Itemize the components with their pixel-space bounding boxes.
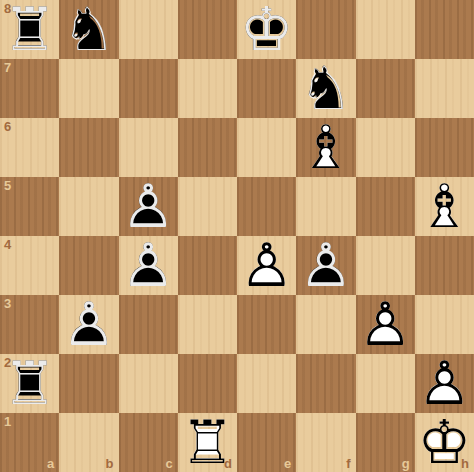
square-b3[interactable]: ♟♙ [59, 295, 118, 354]
square-d4[interactable] [178, 236, 237, 295]
square-e6[interactable] [237, 118, 296, 177]
file-label-a: a [47, 456, 54, 471]
piece-white-pawn[interactable]: ♟♙ [356, 295, 415, 354]
chess-board: 8♜♖♞♘♚♔7♞♘6♝♗5♟♙♝♗4♟♙♟♙♟♙3♟♙♟♙2♜♖♟♙1abcd… [0, 0, 474, 472]
square-h5[interactable]: ♝♗ [415, 177, 474, 236]
square-d2[interactable] [178, 354, 237, 413]
square-h2[interactable]: ♟♙ [415, 354, 474, 413]
piece-white-pawn[interactable]: ♟♙ [237, 236, 296, 295]
white-pawn-detail: ♙ [417, 354, 471, 413]
square-d7[interactable] [178, 59, 237, 118]
square-a7[interactable]: 7 [0, 59, 59, 118]
square-g1[interactable]: g [356, 413, 415, 472]
square-b7[interactable] [59, 59, 118, 118]
white-pawn-detail: ♙ [240, 236, 294, 295]
white-bishop-detail: ♗ [299, 118, 353, 177]
square-c6[interactable] [119, 118, 178, 177]
square-e5[interactable] [237, 177, 296, 236]
square-f7[interactable]: ♞♘ [296, 59, 355, 118]
black-pawn-detail: ♙ [121, 236, 175, 295]
piece-black-pawn[interactable]: ♟♙ [296, 236, 355, 295]
file-label-c: c [166, 456, 173, 471]
file-label-f: f [346, 456, 350, 471]
square-d6[interactable] [178, 118, 237, 177]
white-king-detail: ♔ [417, 413, 471, 472]
square-a8[interactable]: 8♜♖ [0, 0, 59, 59]
square-f5[interactable] [296, 177, 355, 236]
black-pawn-detail: ♙ [299, 236, 353, 295]
square-a4[interactable]: 4 [0, 236, 59, 295]
square-b6[interactable] [59, 118, 118, 177]
piece-black-knight[interactable]: ♞♘ [296, 59, 355, 118]
square-f6[interactable]: ♝♗ [296, 118, 355, 177]
piece-black-pawn[interactable]: ♟♙ [59, 295, 118, 354]
square-e3[interactable] [237, 295, 296, 354]
square-e8[interactable]: ♚♔ [237, 0, 296, 59]
square-g6[interactable] [356, 118, 415, 177]
square-c4[interactable]: ♟♙ [119, 236, 178, 295]
square-b2[interactable] [59, 354, 118, 413]
square-b1[interactable]: b [59, 413, 118, 472]
square-a2[interactable]: 2♜♖ [0, 354, 59, 413]
square-g5[interactable] [356, 177, 415, 236]
piece-black-rook[interactable]: ♜♖ [0, 0, 59, 59]
rank-label-6: 6 [4, 119, 11, 134]
piece-black-pawn[interactable]: ♟♙ [119, 177, 178, 236]
square-f2[interactable] [296, 354, 355, 413]
piece-black-pawn[interactable]: ♟♙ [119, 236, 178, 295]
square-a5[interactable]: 5 [0, 177, 59, 236]
black-pawn-detail: ♙ [121, 177, 175, 236]
square-e4[interactable]: ♟♙ [237, 236, 296, 295]
rank-label-3: 3 [4, 296, 11, 311]
square-h6[interactable] [415, 118, 474, 177]
square-h7[interactable] [415, 59, 474, 118]
square-h8[interactable] [415, 0, 474, 59]
square-h4[interactable] [415, 236, 474, 295]
square-g4[interactable] [356, 236, 415, 295]
rank-label-5: 5 [4, 178, 11, 193]
black-rook-detail: ♖ [3, 354, 57, 413]
square-e2[interactable] [237, 354, 296, 413]
square-d3[interactable] [178, 295, 237, 354]
piece-black-knight[interactable]: ♞♘ [59, 0, 118, 59]
square-a6[interactable]: 6 [0, 118, 59, 177]
square-a1[interactable]: 1a [0, 413, 59, 472]
black-knight-detail: ♘ [62, 0, 116, 59]
white-pawn-detail: ♙ [358, 295, 412, 354]
piece-black-king[interactable]: ♚♔ [237, 0, 296, 59]
piece-white-rook[interactable]: ♜♖ [178, 413, 237, 472]
file-label-g: g [402, 456, 410, 471]
square-c5[interactable]: ♟♙ [119, 177, 178, 236]
square-c7[interactable] [119, 59, 178, 118]
square-d5[interactable] [178, 177, 237, 236]
black-king-detail: ♔ [240, 0, 294, 59]
square-g3[interactable]: ♟♙ [356, 295, 415, 354]
file-label-b: b [106, 456, 114, 471]
square-f4[interactable]: ♟♙ [296, 236, 355, 295]
piece-white-king[interactable]: ♚♔ [415, 413, 474, 472]
square-f8[interactable] [296, 0, 355, 59]
piece-white-bishop[interactable]: ♝♗ [296, 118, 355, 177]
square-d1[interactable]: d♜♖ [178, 413, 237, 472]
square-e7[interactable] [237, 59, 296, 118]
piece-white-pawn[interactable]: ♟♙ [415, 354, 474, 413]
square-b5[interactable] [59, 177, 118, 236]
piece-white-bishop[interactable]: ♝♗ [415, 177, 474, 236]
square-c3[interactable] [119, 295, 178, 354]
square-g8[interactable] [356, 0, 415, 59]
rank-label-4: 4 [4, 237, 11, 252]
square-b8[interactable]: ♞♘ [59, 0, 118, 59]
square-c8[interactable] [119, 0, 178, 59]
white-bishop-detail: ♗ [417, 177, 471, 236]
square-f1[interactable]: f [296, 413, 355, 472]
square-h3[interactable] [415, 295, 474, 354]
square-d8[interactable] [178, 0, 237, 59]
piece-black-rook[interactable]: ♜♖ [0, 354, 59, 413]
square-g7[interactable] [356, 59, 415, 118]
file-label-e: e [284, 456, 291, 471]
black-pawn-detail: ♙ [62, 295, 116, 354]
square-g2[interactable] [356, 354, 415, 413]
square-c2[interactable] [119, 354, 178, 413]
square-e1[interactable]: e [237, 413, 296, 472]
square-h1[interactable]: h♚♔ [415, 413, 474, 472]
square-b4[interactable] [59, 236, 118, 295]
square-c1[interactable]: c [119, 413, 178, 472]
black-knight-detail: ♘ [299, 59, 353, 118]
square-a3[interactable]: 3 [0, 295, 59, 354]
square-f3[interactable] [296, 295, 355, 354]
white-rook-detail: ♖ [180, 413, 234, 472]
black-rook-detail: ♖ [3, 0, 57, 59]
